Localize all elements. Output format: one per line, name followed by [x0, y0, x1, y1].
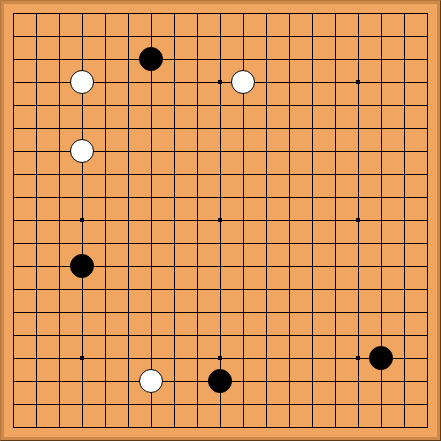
board-cell[interactable]: ●	[71, 255, 94, 278]
board-cell[interactable]	[209, 209, 232, 232]
board-cell[interactable]	[232, 347, 255, 370]
board-cell[interactable]	[94, 209, 117, 232]
board-cell[interactable]	[324, 393, 347, 416]
board-cell[interactable]	[301, 71, 324, 94]
board-cell[interactable]	[324, 370, 347, 393]
board-cell[interactable]	[140, 71, 163, 94]
board-cell[interactable]	[232, 209, 255, 232]
board-cell[interactable]	[209, 324, 232, 347]
board-cell[interactable]	[278, 416, 301, 439]
board-cell[interactable]	[278, 140, 301, 163]
board-cell[interactable]	[347, 25, 370, 48]
board-cell[interactable]	[393, 301, 416, 324]
board-cell[interactable]	[94, 232, 117, 255]
board-cell[interactable]	[48, 117, 71, 140]
board-cell[interactable]	[186, 48, 209, 71]
board-cell[interactable]	[416, 232, 439, 255]
board-cell[interactable]	[416, 370, 439, 393]
board-cell[interactable]: ●	[232, 71, 255, 94]
board-cell[interactable]	[117, 186, 140, 209]
board-cell[interactable]	[324, 71, 347, 94]
board-cell[interactable]	[301, 186, 324, 209]
board-cell[interactable]	[186, 94, 209, 117]
board-cell[interactable]	[255, 393, 278, 416]
board-cell[interactable]	[255, 255, 278, 278]
board-cell[interactable]	[117, 163, 140, 186]
board-cell[interactable]	[209, 94, 232, 117]
board-cell[interactable]	[25, 140, 48, 163]
board-cell[interactable]	[140, 140, 163, 163]
board-cell[interactable]	[324, 117, 347, 140]
board-cell[interactable]	[301, 94, 324, 117]
board-cell[interactable]	[370, 25, 393, 48]
board-cell[interactable]	[71, 2, 94, 25]
board-cell[interactable]	[25, 186, 48, 209]
board-cell[interactable]	[186, 2, 209, 25]
board-cell[interactable]	[117, 71, 140, 94]
board-cell[interactable]	[209, 140, 232, 163]
board-cell[interactable]	[2, 301, 25, 324]
board-cell[interactable]	[163, 94, 186, 117]
board-cell[interactable]	[255, 2, 278, 25]
board-cell[interactable]	[370, 278, 393, 301]
board-cell[interactable]	[393, 25, 416, 48]
board-cell[interactable]	[393, 255, 416, 278]
board-cell[interactable]	[163, 117, 186, 140]
board-cell[interactable]	[2, 416, 25, 439]
board-cell[interactable]	[48, 278, 71, 301]
board-cell[interactable]	[71, 163, 94, 186]
board-cell[interactable]	[370, 140, 393, 163]
board-cell[interactable]	[347, 140, 370, 163]
board-cell[interactable]	[71, 94, 94, 117]
board-cell[interactable]	[2, 71, 25, 94]
board-cell[interactable]	[163, 71, 186, 94]
board-cell[interactable]	[2, 324, 25, 347]
board-cell[interactable]	[324, 163, 347, 186]
board-cell[interactable]	[94, 416, 117, 439]
board-cell[interactable]	[301, 347, 324, 370]
board-cell[interactable]	[117, 347, 140, 370]
board-cell[interactable]	[255, 324, 278, 347]
board-cell[interactable]	[163, 416, 186, 439]
board-cell[interactable]	[25, 163, 48, 186]
board-cell[interactable]	[416, 163, 439, 186]
board-cell[interactable]	[232, 324, 255, 347]
board-cell[interactable]	[393, 209, 416, 232]
board-cell[interactable]	[393, 370, 416, 393]
board-cell[interactable]: ●	[140, 370, 163, 393]
board-cell[interactable]	[370, 71, 393, 94]
board-cell[interactable]	[117, 209, 140, 232]
board-cell[interactable]	[232, 48, 255, 71]
board-cell[interactable]	[2, 25, 25, 48]
board-cell[interactable]	[347, 186, 370, 209]
board-cell[interactable]	[209, 71, 232, 94]
board-cell[interactable]	[278, 393, 301, 416]
board-cell[interactable]	[255, 347, 278, 370]
board-cell[interactable]	[324, 416, 347, 439]
board-cell[interactable]	[140, 278, 163, 301]
board-cell[interactable]	[347, 324, 370, 347]
board-cell[interactable]	[117, 2, 140, 25]
board-cell[interactable]	[48, 232, 71, 255]
board-cell[interactable]	[255, 94, 278, 117]
board-cell[interactable]	[163, 347, 186, 370]
board-cell[interactable]	[25, 232, 48, 255]
board-cell[interactable]	[163, 163, 186, 186]
board-cell[interactable]	[94, 324, 117, 347]
board-cell[interactable]	[48, 393, 71, 416]
board-cell[interactable]	[2, 2, 25, 25]
board-cell[interactable]	[255, 71, 278, 94]
board-cell[interactable]	[48, 209, 71, 232]
board-cell[interactable]	[186, 416, 209, 439]
board-cell[interactable]	[278, 278, 301, 301]
board-cell[interactable]	[186, 232, 209, 255]
board-cell[interactable]	[2, 255, 25, 278]
board-cell[interactable]	[255, 416, 278, 439]
board-cell[interactable]	[94, 255, 117, 278]
board-cell[interactable]	[232, 278, 255, 301]
board-cell[interactable]	[416, 2, 439, 25]
board-cell[interactable]	[416, 255, 439, 278]
board-cell[interactable]	[232, 25, 255, 48]
board-cell[interactable]	[416, 140, 439, 163]
board-cell[interactable]	[255, 186, 278, 209]
board-cell[interactable]	[186, 393, 209, 416]
board-cell[interactable]	[370, 2, 393, 25]
board-cell[interactable]	[71, 278, 94, 301]
board-cell[interactable]	[25, 255, 48, 278]
board-cell[interactable]	[324, 232, 347, 255]
board-cell[interactable]	[324, 94, 347, 117]
board-cell[interactable]	[255, 370, 278, 393]
board-cell[interactable]	[416, 324, 439, 347]
board-cell[interactable]	[393, 117, 416, 140]
board-cell[interactable]	[347, 278, 370, 301]
board-cell[interactable]	[255, 209, 278, 232]
board-cell[interactable]	[416, 347, 439, 370]
board-cell[interactable]	[347, 370, 370, 393]
board-cell[interactable]	[416, 117, 439, 140]
board-cell[interactable]: ●	[370, 347, 393, 370]
board-cell[interactable]	[324, 48, 347, 71]
board-cell[interactable]	[255, 140, 278, 163]
board-cell[interactable]	[416, 278, 439, 301]
board-cell[interactable]	[117, 255, 140, 278]
board-cell[interactable]	[48, 186, 71, 209]
board-cell[interactable]	[48, 71, 71, 94]
board-cell[interactable]	[25, 25, 48, 48]
board-cell[interactable]	[140, 209, 163, 232]
board-cell[interactable]	[25, 278, 48, 301]
board-cell[interactable]	[232, 94, 255, 117]
board-cell[interactable]	[301, 278, 324, 301]
board-cell[interactable]	[255, 278, 278, 301]
board-cell[interactable]	[209, 25, 232, 48]
board-cell[interactable]	[94, 117, 117, 140]
board-cell[interactable]	[393, 2, 416, 25]
board-cell[interactable]	[209, 278, 232, 301]
board-cell[interactable]	[278, 25, 301, 48]
board-cell[interactable]	[209, 393, 232, 416]
board-cell[interactable]	[416, 301, 439, 324]
board-cell[interactable]	[370, 255, 393, 278]
board-cell[interactable]	[25, 347, 48, 370]
board-cell[interactable]: ●	[71, 140, 94, 163]
board-cell[interactable]	[25, 48, 48, 71]
board-cell[interactable]	[416, 416, 439, 439]
board-cell[interactable]	[2, 347, 25, 370]
board-cell[interactable]	[48, 370, 71, 393]
board-cell[interactable]	[278, 2, 301, 25]
board-cell[interactable]	[140, 301, 163, 324]
board-cell[interactable]	[48, 163, 71, 186]
board-cell[interactable]	[370, 209, 393, 232]
board-cell[interactable]	[163, 301, 186, 324]
board-cell[interactable]	[25, 209, 48, 232]
board-cell[interactable]	[94, 48, 117, 71]
board-cell[interactable]	[186, 71, 209, 94]
board-cell[interactable]	[301, 163, 324, 186]
board-cell[interactable]	[324, 347, 347, 370]
board-cell[interactable]	[278, 186, 301, 209]
board-cell[interactable]	[232, 117, 255, 140]
board-cell[interactable]	[163, 140, 186, 163]
board-cell[interactable]	[71, 232, 94, 255]
board-cell[interactable]	[2, 94, 25, 117]
board-cell[interactable]	[209, 163, 232, 186]
board-cell[interactable]	[186, 163, 209, 186]
board-cell[interactable]	[347, 117, 370, 140]
board-cell[interactable]	[140, 186, 163, 209]
board-cell[interactable]	[186, 209, 209, 232]
board-cell[interactable]	[2, 232, 25, 255]
board-cell[interactable]	[71, 324, 94, 347]
board-cell[interactable]	[140, 117, 163, 140]
board-cell[interactable]	[347, 393, 370, 416]
board-cell[interactable]	[370, 370, 393, 393]
board-cell[interactable]	[117, 25, 140, 48]
board-cell[interactable]	[48, 301, 71, 324]
board-cell[interactable]	[71, 301, 94, 324]
board-cell[interactable]	[393, 186, 416, 209]
board-cell[interactable]	[94, 2, 117, 25]
board-cell[interactable]	[71, 25, 94, 48]
board-cell[interactable]	[117, 94, 140, 117]
board-cell[interactable]	[2, 209, 25, 232]
board-cell[interactable]	[48, 94, 71, 117]
board-cell[interactable]	[48, 25, 71, 48]
board-cell[interactable]	[232, 140, 255, 163]
board-cell[interactable]	[48, 2, 71, 25]
board-cell[interactable]	[370, 324, 393, 347]
board-cell[interactable]	[48, 324, 71, 347]
board-cell[interactable]	[25, 301, 48, 324]
board-cell[interactable]	[163, 324, 186, 347]
board-cell[interactable]	[94, 163, 117, 186]
board-cell[interactable]	[301, 255, 324, 278]
board-cell[interactable]	[232, 370, 255, 393]
board-cell[interactable]	[71, 370, 94, 393]
board-cell[interactable]	[140, 2, 163, 25]
board-cell[interactable]	[2, 393, 25, 416]
board-cell[interactable]	[48, 416, 71, 439]
board-cell[interactable]	[278, 347, 301, 370]
board-cell[interactable]	[2, 117, 25, 140]
board-cell[interactable]	[278, 94, 301, 117]
board-cell[interactable]	[2, 48, 25, 71]
board-cell[interactable]	[25, 370, 48, 393]
board-cell[interactable]	[25, 324, 48, 347]
board-cell[interactable]	[140, 232, 163, 255]
board-cell[interactable]	[255, 301, 278, 324]
board-cell[interactable]	[117, 393, 140, 416]
board-cell[interactable]	[163, 370, 186, 393]
board-cell[interactable]	[370, 94, 393, 117]
board-cell[interactable]	[163, 25, 186, 48]
board-cell[interactable]	[370, 163, 393, 186]
board-cell[interactable]	[25, 393, 48, 416]
board-cell[interactable]	[324, 278, 347, 301]
board-cell[interactable]	[209, 301, 232, 324]
board-cell[interactable]	[393, 278, 416, 301]
board-cell[interactable]	[324, 140, 347, 163]
board-cell[interactable]	[94, 301, 117, 324]
board-cell[interactable]	[71, 48, 94, 71]
board-cell[interactable]	[393, 71, 416, 94]
board-cell[interactable]	[94, 347, 117, 370]
board-cell[interactable]	[209, 48, 232, 71]
board-cell[interactable]	[163, 186, 186, 209]
board-cell[interactable]: ●	[71, 71, 94, 94]
board-cell[interactable]	[186, 186, 209, 209]
board-cell[interactable]	[255, 163, 278, 186]
board-cell[interactable]	[301, 301, 324, 324]
board-cell[interactable]	[117, 370, 140, 393]
board-cell[interactable]	[209, 186, 232, 209]
board-cell[interactable]	[209, 255, 232, 278]
board-cell[interactable]	[278, 117, 301, 140]
board-cell[interactable]	[140, 25, 163, 48]
board-cell[interactable]	[186, 278, 209, 301]
board-cell[interactable]	[301, 370, 324, 393]
board-cell[interactable]	[370, 186, 393, 209]
board-cell[interactable]	[301, 209, 324, 232]
board-cell[interactable]	[278, 71, 301, 94]
board-cell[interactable]	[347, 255, 370, 278]
board-cell[interactable]	[25, 2, 48, 25]
board-cell[interactable]	[370, 301, 393, 324]
board-cell[interactable]	[2, 370, 25, 393]
board-cell[interactable]	[25, 71, 48, 94]
board-cell[interactable]	[71, 347, 94, 370]
board-cell[interactable]	[347, 94, 370, 117]
board-cell[interactable]	[186, 370, 209, 393]
board-cell[interactable]	[186, 301, 209, 324]
board-cell[interactable]	[94, 71, 117, 94]
board-cell[interactable]	[209, 2, 232, 25]
board-cell[interactable]	[301, 25, 324, 48]
board-cell[interactable]	[71, 416, 94, 439]
board-cell[interactable]	[232, 186, 255, 209]
board-cell[interactable]	[324, 25, 347, 48]
board-cell[interactable]	[71, 117, 94, 140]
board-cell[interactable]	[347, 2, 370, 25]
board-cell[interactable]	[324, 301, 347, 324]
board-cell[interactable]	[393, 232, 416, 255]
board-cell[interactable]	[416, 209, 439, 232]
board-cell[interactable]	[163, 393, 186, 416]
board-cell[interactable]	[416, 25, 439, 48]
board-cell[interactable]	[301, 416, 324, 439]
board-cell[interactable]	[301, 117, 324, 140]
board-cell[interactable]	[94, 370, 117, 393]
board-cell[interactable]	[163, 232, 186, 255]
board-cell[interactable]	[94, 140, 117, 163]
board-cell[interactable]	[94, 186, 117, 209]
board-cell[interactable]	[186, 25, 209, 48]
board-cell[interactable]	[2, 140, 25, 163]
board-cell[interactable]	[140, 94, 163, 117]
board-cell[interactable]	[163, 48, 186, 71]
board-cell[interactable]	[278, 324, 301, 347]
board-cell[interactable]	[416, 393, 439, 416]
board-cell[interactable]	[2, 163, 25, 186]
board-cell[interactable]	[117, 117, 140, 140]
board-cell[interactable]	[278, 209, 301, 232]
board-cell[interactable]	[393, 94, 416, 117]
board-cell[interactable]	[232, 2, 255, 25]
board-cell[interactable]	[255, 25, 278, 48]
board-cell[interactable]	[94, 25, 117, 48]
board-cell[interactable]: ●	[209, 370, 232, 393]
board-cell[interactable]	[255, 232, 278, 255]
board-cell[interactable]	[48, 140, 71, 163]
board-cell[interactable]	[393, 140, 416, 163]
board-cell[interactable]	[324, 2, 347, 25]
board-cell[interactable]	[186, 140, 209, 163]
board-cell[interactable]	[347, 163, 370, 186]
board-cell[interactable]	[301, 324, 324, 347]
board-cell[interactable]	[347, 71, 370, 94]
board-cell[interactable]	[140, 324, 163, 347]
board-cell[interactable]	[416, 71, 439, 94]
board-cell[interactable]	[94, 94, 117, 117]
board-cell[interactable]	[71, 186, 94, 209]
board-cell[interactable]	[278, 255, 301, 278]
board-cell[interactable]	[25, 94, 48, 117]
board-cell[interactable]	[163, 255, 186, 278]
board-cell[interactable]	[140, 255, 163, 278]
board-cell[interactable]	[48, 48, 71, 71]
board-cell[interactable]	[94, 393, 117, 416]
board-cell[interactable]	[370, 232, 393, 255]
board-cell[interactable]	[140, 347, 163, 370]
board-cell[interactable]	[278, 370, 301, 393]
board-cell[interactable]	[48, 347, 71, 370]
board-cell[interactable]	[393, 416, 416, 439]
board-cell[interactable]	[416, 186, 439, 209]
board-cell[interactable]	[25, 117, 48, 140]
board-cell[interactable]	[232, 232, 255, 255]
board-cell[interactable]	[186, 347, 209, 370]
board-cell[interactable]	[117, 416, 140, 439]
board-cell[interactable]	[370, 393, 393, 416]
board-cell[interactable]	[25, 416, 48, 439]
board-cell[interactable]	[301, 2, 324, 25]
